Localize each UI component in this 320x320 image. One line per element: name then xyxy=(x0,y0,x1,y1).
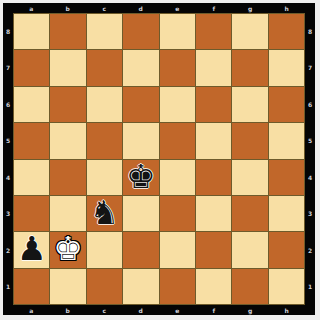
file-label-bottom-h: h xyxy=(269,305,306,315)
file-label-top-f: f xyxy=(196,3,233,13)
file-label-bottom-f: f xyxy=(196,305,233,315)
square-e4[interactable] xyxy=(160,160,195,195)
board: ♚♞♟♚ xyxy=(13,13,305,305)
square-f2[interactable] xyxy=(196,232,231,267)
rank-label-left-1: 1 xyxy=(3,269,13,306)
square-h8[interactable] xyxy=(269,14,304,49)
square-b6[interactable] xyxy=(50,87,85,122)
rank-label-right-1: 1 xyxy=(305,269,315,306)
square-d6[interactable] xyxy=(123,87,158,122)
rank-label-left-2: 2 xyxy=(3,232,13,269)
square-e1[interactable] xyxy=(160,269,195,304)
rank-label-right-3: 3 xyxy=(305,196,315,233)
square-b1[interactable] xyxy=(50,269,85,304)
square-a2[interactable]: ♟ xyxy=(14,232,49,267)
square-a3[interactable] xyxy=(14,196,49,231)
rank-label-right-5: 5 xyxy=(305,123,315,160)
file-label-bottom-b: b xyxy=(50,305,87,315)
square-d7[interactable] xyxy=(123,50,158,85)
square-d2[interactable] xyxy=(123,232,158,267)
square-d5[interactable] xyxy=(123,123,158,158)
rank-labels-left: 87654321 xyxy=(3,13,13,305)
rank-label-left-4: 4 xyxy=(3,159,13,196)
square-d4[interactable]: ♚ xyxy=(123,160,158,195)
rank-label-left-8: 8 xyxy=(3,13,13,50)
square-e6[interactable] xyxy=(160,87,195,122)
square-b8[interactable] xyxy=(50,14,85,49)
file-label-bottom-g: g xyxy=(232,305,269,315)
square-c8[interactable] xyxy=(87,14,122,49)
square-h1[interactable] xyxy=(269,269,304,304)
rank-label-right-2: 2 xyxy=(305,232,315,269)
rank-label-left-5: 5 xyxy=(3,123,13,160)
rank-label-left-6: 6 xyxy=(3,86,13,123)
square-b5[interactable] xyxy=(50,123,85,158)
file-labels-top: abcdefgh xyxy=(13,3,305,13)
square-c3[interactable]: ♞ xyxy=(87,196,122,231)
square-g6[interactable] xyxy=(232,87,267,122)
square-g1[interactable] xyxy=(232,269,267,304)
file-labels-bottom: abcdefgh xyxy=(13,305,305,315)
file-label-top-e: e xyxy=(159,3,196,13)
file-label-top-h: h xyxy=(269,3,306,13)
square-a1[interactable] xyxy=(14,269,49,304)
square-g7[interactable] xyxy=(232,50,267,85)
square-d8[interactable] xyxy=(123,14,158,49)
square-g3[interactable] xyxy=(232,196,267,231)
square-d1[interactable] xyxy=(123,269,158,304)
square-a6[interactable] xyxy=(14,87,49,122)
square-b7[interactable] xyxy=(50,50,85,85)
square-a4[interactable] xyxy=(14,160,49,195)
square-e8[interactable] xyxy=(160,14,195,49)
piece-black-pawn[interactable]: ♟ xyxy=(17,232,47,265)
square-d3[interactable] xyxy=(123,196,158,231)
file-label-top-b: b xyxy=(50,3,87,13)
square-c7[interactable] xyxy=(87,50,122,85)
square-f1[interactable] xyxy=(196,269,231,304)
square-e5[interactable] xyxy=(160,123,195,158)
square-g8[interactable] xyxy=(232,14,267,49)
piece-black-knight[interactable]: ♞ xyxy=(90,196,120,229)
square-e3[interactable] xyxy=(160,196,195,231)
square-f8[interactable] xyxy=(196,14,231,49)
file-label-bottom-a: a xyxy=(13,305,50,315)
rank-label-left-7: 7 xyxy=(3,50,13,87)
piece-white-king[interactable]: ♚ xyxy=(53,232,83,265)
square-f4[interactable] xyxy=(196,160,231,195)
piece-black-king[interactable]: ♚ xyxy=(126,160,156,193)
file-label-bottom-d: d xyxy=(123,305,160,315)
square-h6[interactable] xyxy=(269,87,304,122)
square-f7[interactable] xyxy=(196,50,231,85)
square-h5[interactable] xyxy=(269,123,304,158)
file-label-top-c: c xyxy=(86,3,123,13)
square-b4[interactable] xyxy=(50,160,85,195)
board-frame: abcdefgh abcdefgh 87654321 87654321 ♚♞♟♚ xyxy=(3,3,315,315)
rank-label-right-7: 7 xyxy=(305,50,315,87)
rank-label-right-8: 8 xyxy=(305,13,315,50)
square-c4[interactable] xyxy=(87,160,122,195)
square-c6[interactable] xyxy=(87,87,122,122)
square-c1[interactable] xyxy=(87,269,122,304)
rank-label-right-6: 6 xyxy=(305,86,315,123)
rank-labels-right: 87654321 xyxy=(305,13,315,305)
square-f3[interactable] xyxy=(196,196,231,231)
square-h3[interactable] xyxy=(269,196,304,231)
square-c5[interactable] xyxy=(87,123,122,158)
file-label-bottom-e: e xyxy=(159,305,196,315)
square-g5[interactable] xyxy=(232,123,267,158)
file-label-bottom-c: c xyxy=(86,305,123,315)
square-h7[interactable] xyxy=(269,50,304,85)
square-a5[interactable] xyxy=(14,123,49,158)
square-b3[interactable] xyxy=(50,196,85,231)
square-b2[interactable]: ♚ xyxy=(50,232,85,267)
file-label-top-a: a xyxy=(13,3,50,13)
square-e7[interactable] xyxy=(160,50,195,85)
square-g4[interactable] xyxy=(232,160,267,195)
square-c2[interactable] xyxy=(87,232,122,267)
square-e2[interactable] xyxy=(160,232,195,267)
page: { "game": "chess", "position": { "fen": … xyxy=(0,0,320,320)
rank-label-left-3: 3 xyxy=(3,196,13,233)
square-h2[interactable] xyxy=(269,232,304,267)
square-f5[interactable] xyxy=(196,123,231,158)
square-f6[interactable] xyxy=(196,87,231,122)
square-a7[interactable] xyxy=(14,50,49,85)
square-a8[interactable] xyxy=(14,14,49,49)
square-g2[interactable] xyxy=(232,232,267,267)
rank-label-right-4: 4 xyxy=(305,159,315,196)
file-label-top-d: d xyxy=(123,3,160,13)
square-h4[interactable] xyxy=(269,160,304,195)
file-label-top-g: g xyxy=(232,3,269,13)
